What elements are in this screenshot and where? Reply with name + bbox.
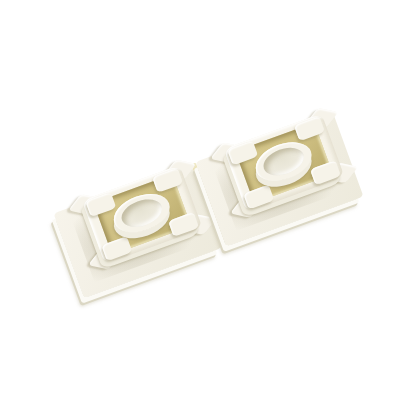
mount-strip — [54, 112, 364, 298]
mount-head-left — [82, 165, 205, 269]
corner-post-tr — [152, 168, 183, 193]
corner-post-tr — [294, 116, 325, 141]
product-photo — [0, 0, 400, 400]
cable-tie-mount-left — [54, 164, 222, 299]
cable-tie-mount-right — [195, 112, 363, 247]
mount-head-right — [224, 113, 347, 217]
